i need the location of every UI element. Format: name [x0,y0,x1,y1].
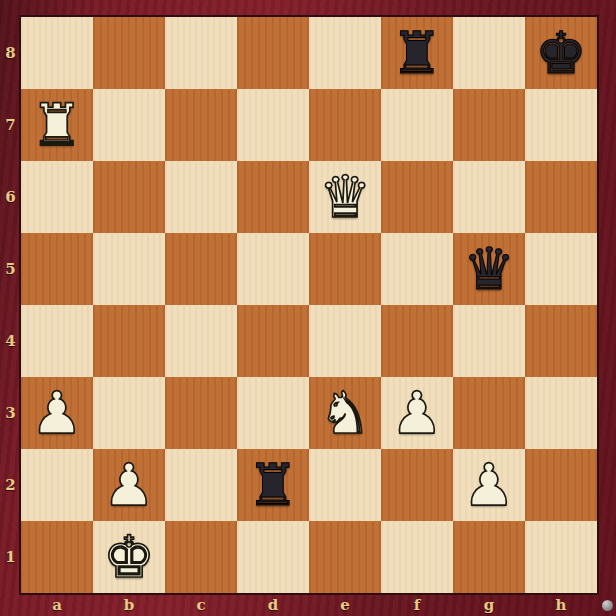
square-g7[interactable] [453,89,525,161]
rank-labels: 87654321 [0,17,21,593]
square-b2[interactable]: ♟ [93,449,165,521]
square-d7[interactable] [237,89,309,161]
square-c4[interactable] [165,305,237,377]
square-a7[interactable]: ♜ [21,89,93,161]
chess-board[interactable]: ♜♚♜♛♛♟♞♟♟♜♟♚ [21,17,597,593]
piece-black-king-h8[interactable]: ♚ [525,17,597,89]
square-d6[interactable] [237,161,309,233]
square-c1[interactable] [165,521,237,593]
square-a1[interactable] [21,521,93,593]
rank-label-2: 2 [0,449,21,521]
square-c5[interactable] [165,233,237,305]
rank-label-7: 7 [0,89,21,161]
square-b4[interactable] [93,305,165,377]
square-e2[interactable] [309,449,381,521]
square-b1[interactable]: ♚ [93,521,165,593]
square-h7[interactable] [525,89,597,161]
square-b5[interactable] [93,233,165,305]
square-h5[interactable] [525,233,597,305]
file-label-b: b [93,593,165,616]
file-label-e: e [309,593,381,616]
file-label-c: c [165,593,237,616]
square-b7[interactable] [93,89,165,161]
square-h2[interactable] [525,449,597,521]
rank-label-1: 1 [0,521,21,593]
piece-white-pawn-b2[interactable]: ♟ [93,449,165,521]
square-f7[interactable] [381,89,453,161]
square-d8[interactable] [237,17,309,89]
square-g4[interactable] [453,305,525,377]
file-label-f: f [381,593,453,616]
square-f8[interactable]: ♜ [381,17,453,89]
square-f4[interactable] [381,305,453,377]
square-d5[interactable] [237,233,309,305]
rank-label-6: 6 [0,161,21,233]
square-d4[interactable] [237,305,309,377]
square-f2[interactable] [381,449,453,521]
square-f5[interactable] [381,233,453,305]
square-a3[interactable]: ♟ [21,377,93,449]
square-a2[interactable] [21,449,93,521]
corner-grip-dot [602,600,613,611]
piece-white-pawn-g2[interactable]: ♟ [453,449,525,521]
piece-white-knight-e3[interactable]: ♞ [309,377,381,449]
rank-label-5: 5 [0,233,21,305]
file-label-a: a [21,593,93,616]
square-g8[interactable] [453,17,525,89]
file-label-d: d [237,593,309,616]
piece-white-king-b1[interactable]: ♚ [93,521,165,593]
square-b8[interactable] [93,17,165,89]
square-c6[interactable] [165,161,237,233]
piece-white-queen-e6[interactable]: ♛ [309,161,381,233]
square-e6[interactable]: ♛ [309,161,381,233]
square-d1[interactable] [237,521,309,593]
file-label-h: h [525,593,597,616]
file-label-g: g [453,593,525,616]
piece-black-queen-g5[interactable]: ♛ [453,233,525,305]
square-b6[interactable] [93,161,165,233]
square-h1[interactable] [525,521,597,593]
square-e7[interactable] [309,89,381,161]
file-labels: abcdefgh [21,593,597,616]
square-e1[interactable] [309,521,381,593]
piece-white-rook-a7[interactable]: ♜ [21,89,93,161]
square-e3[interactable]: ♞ [309,377,381,449]
square-g1[interactable] [453,521,525,593]
square-a8[interactable] [21,17,93,89]
square-c2[interactable] [165,449,237,521]
square-c7[interactable] [165,89,237,161]
square-h3[interactable] [525,377,597,449]
square-g6[interactable] [453,161,525,233]
square-c8[interactable] [165,17,237,89]
square-a5[interactable] [21,233,93,305]
square-b3[interactable] [93,377,165,449]
square-e8[interactable] [309,17,381,89]
rank-label-8: 8 [0,17,21,89]
square-e5[interactable] [309,233,381,305]
square-f6[interactable] [381,161,453,233]
square-g2[interactable]: ♟ [453,449,525,521]
chess-board-frame: 87654321 ♜♚♜♛♛♟♞♟♟♜♟♚ abcdefgh [0,0,616,616]
square-a4[interactable] [21,305,93,377]
square-g3[interactable] [453,377,525,449]
square-d2[interactable]: ♜ [237,449,309,521]
square-g5[interactable]: ♛ [453,233,525,305]
piece-black-rook-d2[interactable]: ♜ [237,449,309,521]
square-f3[interactable]: ♟ [381,377,453,449]
square-e4[interactable] [309,305,381,377]
square-d3[interactable] [237,377,309,449]
piece-white-pawn-a3[interactable]: ♟ [21,377,93,449]
square-f1[interactable] [381,521,453,593]
piece-black-rook-f8[interactable]: ♜ [381,17,453,89]
piece-white-pawn-f3[interactable]: ♟ [381,377,453,449]
square-h6[interactable] [525,161,597,233]
square-c3[interactable] [165,377,237,449]
square-h4[interactable] [525,305,597,377]
square-a6[interactable] [21,161,93,233]
rank-label-4: 4 [0,305,21,377]
square-h8[interactable]: ♚ [525,17,597,89]
rank-label-3: 3 [0,377,21,449]
